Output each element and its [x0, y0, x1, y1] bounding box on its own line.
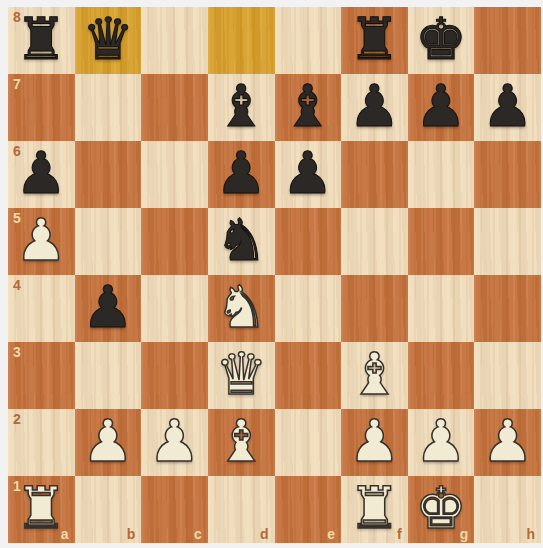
white-pawn-g2[interactable]: ♟ [415, 412, 467, 470]
black-pawn-a6[interactable]: ♟ [15, 144, 67, 202]
square-g4[interactable] [408, 275, 475, 342]
square-c1[interactable]: c [141, 476, 208, 543]
square-h7[interactable]: ♟ [474, 74, 541, 141]
white-rook-a1[interactable]: ♜ [15, 479, 67, 537]
square-e2[interactable] [275, 409, 342, 476]
square-e7[interactable]: ♝ [275, 74, 342, 141]
black-knight-d5[interactable]: ♞ [215, 211, 267, 269]
square-d2[interactable]: ♝ [208, 409, 275, 476]
square-g8[interactable]: ♚ [408, 7, 475, 74]
square-e4[interactable] [275, 275, 342, 342]
file-label-b: b [127, 527, 136, 541]
white-pawn-c2[interactable]: ♟ [149, 412, 201, 470]
square-f5[interactable] [341, 208, 408, 275]
black-pawn-h7[interactable]: ♟ [482, 77, 534, 135]
square-a4[interactable]: 4 [8, 275, 75, 342]
black-king-g8[interactable]: ♚ [415, 10, 467, 68]
square-f4[interactable] [341, 275, 408, 342]
square-f8[interactable]: ♜ [341, 7, 408, 74]
square-a8[interactable]: 8♜ [8, 7, 75, 74]
square-f1[interactable]: f♜ [341, 476, 408, 543]
square-d4[interactable]: ♞ [208, 275, 275, 342]
square-h5[interactable] [474, 208, 541, 275]
square-h1[interactable]: h [474, 476, 541, 543]
white-pawn-f2[interactable]: ♟ [348, 412, 400, 470]
black-bishop-e7[interactable]: ♝ [282, 77, 334, 135]
white-knight-d4[interactable]: ♞ [215, 278, 267, 336]
square-b8[interactable]: ♛ [75, 7, 142, 74]
black-pawn-g7[interactable]: ♟ [415, 77, 467, 135]
square-h6[interactable] [474, 141, 541, 208]
square-c8[interactable] [141, 7, 208, 74]
file-label-c: c [194, 527, 202, 541]
square-d8[interactable] [208, 7, 275, 74]
square-d3[interactable]: ♛ [208, 342, 275, 409]
black-pawn-b4[interactable]: ♟ [82, 278, 134, 336]
white-bishop-f3[interactable]: ♝ [348, 345, 400, 403]
chess-board: 8♜♛♜♚7♝♝♟♟♟6♟♟♟5♟♞4♟♞3♛♝2♟♟♝♟♟♟1a♜bcdef♜… [8, 7, 541, 543]
white-pawn-a5[interactable]: ♟ [15, 211, 67, 269]
square-d5[interactable]: ♞ [208, 208, 275, 275]
square-h8[interactable] [474, 7, 541, 74]
square-b6[interactable] [75, 141, 142, 208]
square-d1[interactable]: d [208, 476, 275, 543]
square-b2[interactable]: ♟ [75, 409, 142, 476]
file-label-h: h [526, 527, 535, 541]
square-d6[interactable]: ♟ [208, 141, 275, 208]
square-c6[interactable] [141, 141, 208, 208]
square-e8[interactable] [275, 7, 342, 74]
square-a2[interactable]: 2 [8, 409, 75, 476]
square-b1[interactable]: b [75, 476, 142, 543]
square-d7[interactable]: ♝ [208, 74, 275, 141]
white-bishop-d2[interactable]: ♝ [215, 412, 267, 470]
square-a5[interactable]: 5♟ [8, 208, 75, 275]
square-g5[interactable] [408, 208, 475, 275]
square-e1[interactable]: e [275, 476, 342, 543]
square-c7[interactable] [141, 74, 208, 141]
black-rook-a8[interactable]: ♜ [15, 10, 67, 68]
square-a7[interactable]: 7 [8, 74, 75, 141]
square-b4[interactable]: ♟ [75, 275, 142, 342]
square-c5[interactable] [141, 208, 208, 275]
square-f6[interactable] [341, 141, 408, 208]
square-e6[interactable]: ♟ [275, 141, 342, 208]
white-rook-f1[interactable]: ♜ [348, 479, 400, 537]
rank-label-7: 7 [13, 77, 21, 91]
square-g3[interactable] [408, 342, 475, 409]
rank-label-2: 2 [13, 412, 21, 426]
white-queen-d3[interactable]: ♛ [215, 345, 267, 403]
rank-label-3: 3 [13, 345, 21, 359]
black-pawn-f7[interactable]: ♟ [348, 77, 400, 135]
black-bishop-d7[interactable]: ♝ [215, 77, 267, 135]
black-pawn-d6[interactable]: ♟ [215, 144, 267, 202]
square-b5[interactable] [75, 208, 142, 275]
square-b7[interactable] [75, 74, 142, 141]
square-a3[interactable]: 3 [8, 342, 75, 409]
square-g2[interactable]: ♟ [408, 409, 475, 476]
square-g6[interactable] [408, 141, 475, 208]
white-pawn-b2[interactable]: ♟ [82, 412, 134, 470]
square-h2[interactable]: ♟ [474, 409, 541, 476]
white-king-g1[interactable]: ♚ [415, 479, 467, 537]
square-h4[interactable] [474, 275, 541, 342]
square-f2[interactable]: ♟ [341, 409, 408, 476]
square-c4[interactable] [141, 275, 208, 342]
board-frame: 8♜♛♜♚7♝♝♟♟♟6♟♟♟5♟♞4♟♞3♛♝2♟♟♝♟♟♟1a♜bcdef♜… [0, 0, 543, 548]
black-queen-b8[interactable]: ♛ [82, 10, 134, 68]
square-a6[interactable]: 6♟ [8, 141, 75, 208]
square-b3[interactable] [75, 342, 142, 409]
square-e5[interactable] [275, 208, 342, 275]
square-c2[interactable]: ♟ [141, 409, 208, 476]
rank-label-4: 4 [13, 278, 21, 292]
square-f3[interactable]: ♝ [341, 342, 408, 409]
square-h3[interactable] [474, 342, 541, 409]
square-e3[interactable] [275, 342, 342, 409]
file-label-e: e [327, 527, 335, 541]
black-rook-f8[interactable]: ♜ [348, 10, 400, 68]
square-a1[interactable]: 1a♜ [8, 476, 75, 543]
file-label-d: d [260, 527, 269, 541]
square-g1[interactable]: g♚ [408, 476, 475, 543]
square-c3[interactable] [141, 342, 208, 409]
white-pawn-h2[interactable]: ♟ [482, 412, 534, 470]
square-f7[interactable]: ♟ [341, 74, 408, 141]
black-pawn-e6[interactable]: ♟ [282, 144, 334, 202]
square-g7[interactable]: ♟ [408, 74, 475, 141]
